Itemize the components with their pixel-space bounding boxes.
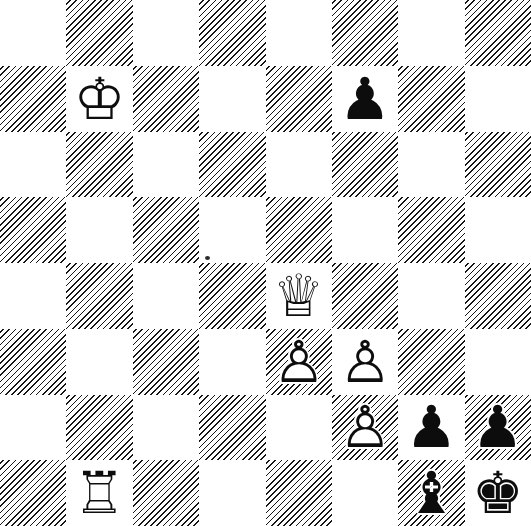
piece-glyph: ♙ bbox=[339, 398, 391, 456]
square-d6[interactable] bbox=[199, 132, 265, 198]
square-b5[interactable] bbox=[66, 197, 132, 263]
square-f1[interactable] bbox=[332, 460, 398, 526]
square-g1[interactable]: ♝♝ bbox=[398, 460, 464, 526]
piece-glyph: ♟ bbox=[405, 398, 457, 456]
square-a6[interactable] bbox=[0, 132, 66, 198]
black-bishop-icon: ♝♝ bbox=[398, 460, 464, 526]
black-pawn-icon: ♟♟ bbox=[398, 395, 464, 461]
square-b3[interactable] bbox=[66, 329, 132, 395]
square-g2[interactable]: ♟♟ bbox=[398, 395, 464, 461]
square-b6[interactable] bbox=[66, 132, 132, 198]
square-f6[interactable] bbox=[332, 132, 398, 198]
square-g4[interactable] bbox=[398, 263, 464, 329]
square-a7[interactable] bbox=[0, 66, 66, 132]
square-f8[interactable] bbox=[332, 0, 398, 66]
piece-glyph: ♖ bbox=[74, 464, 126, 522]
square-f5[interactable] bbox=[332, 197, 398, 263]
square-c8[interactable] bbox=[133, 0, 199, 66]
square-b7[interactable]: ♚♔ bbox=[66, 66, 132, 132]
piece-glyph: ♟ bbox=[472, 398, 524, 456]
square-a5[interactable] bbox=[0, 197, 66, 263]
square-a3[interactable] bbox=[0, 329, 66, 395]
square-h3[interactable] bbox=[465, 329, 531, 395]
piece-glyph: ♙ bbox=[339, 333, 391, 391]
square-e1[interactable] bbox=[266, 460, 332, 526]
square-h2[interactable]: ♟♟ bbox=[465, 395, 531, 461]
square-f4[interactable] bbox=[332, 263, 398, 329]
piece-glyph: ♕ bbox=[273, 267, 325, 325]
black-pawn-icon: ♟♟ bbox=[332, 66, 398, 132]
square-c7[interactable] bbox=[133, 66, 199, 132]
square-c2[interactable] bbox=[133, 395, 199, 461]
square-d5[interactable] bbox=[199, 197, 265, 263]
square-e5[interactable] bbox=[266, 197, 332, 263]
square-b1[interactable]: ♜♖ bbox=[66, 460, 132, 526]
square-a1[interactable] bbox=[0, 460, 66, 526]
square-h5[interactable] bbox=[465, 197, 531, 263]
square-d7[interactable] bbox=[199, 66, 265, 132]
square-e3[interactable]: ♟♙ bbox=[266, 329, 332, 395]
square-h1[interactable]: ♚♚ bbox=[465, 460, 531, 526]
white-pawn-icon: ♟♙ bbox=[332, 329, 398, 395]
square-e2[interactable] bbox=[266, 395, 332, 461]
square-h6[interactable] bbox=[465, 132, 531, 198]
square-c6[interactable] bbox=[133, 132, 199, 198]
white-king-icon: ♚♔ bbox=[66, 66, 132, 132]
square-d8[interactable] bbox=[199, 0, 265, 66]
square-c1[interactable] bbox=[133, 460, 199, 526]
white-pawn-icon: ♟♙ bbox=[266, 329, 332, 395]
black-pawn-icon: ♟♟ bbox=[465, 395, 531, 461]
square-e8[interactable] bbox=[266, 0, 332, 66]
square-d3[interactable] bbox=[199, 329, 265, 395]
square-f3[interactable]: ♟♙ bbox=[332, 329, 398, 395]
square-b4[interactable] bbox=[66, 263, 132, 329]
square-e6[interactable] bbox=[266, 132, 332, 198]
chess-board: ♚♔♟♟♛♕♟♙♟♙♟♙♟♟♟♟♜♖♝♝♚♚ bbox=[0, 0, 531, 526]
square-c3[interactable] bbox=[133, 329, 199, 395]
square-b8[interactable] bbox=[66, 0, 132, 66]
square-f7[interactable]: ♟♟ bbox=[332, 66, 398, 132]
white-pawn-icon: ♟♙ bbox=[332, 395, 398, 461]
black-king-icon: ♚♚ bbox=[465, 460, 531, 526]
square-d1[interactable] bbox=[199, 460, 265, 526]
square-g5[interactable] bbox=[398, 197, 464, 263]
square-a2[interactable] bbox=[0, 395, 66, 461]
square-d2[interactable] bbox=[199, 395, 265, 461]
square-d4[interactable] bbox=[199, 263, 265, 329]
square-c4[interactable] bbox=[133, 263, 199, 329]
square-g7[interactable] bbox=[398, 66, 464, 132]
square-b2[interactable] bbox=[66, 395, 132, 461]
scan-speck bbox=[205, 256, 210, 260]
square-h7[interactable] bbox=[465, 66, 531, 132]
square-a8[interactable] bbox=[0, 0, 66, 66]
square-e7[interactable] bbox=[266, 66, 332, 132]
piece-glyph: ♙ bbox=[273, 333, 325, 391]
piece-glyph: ♟ bbox=[339, 70, 391, 128]
square-e4[interactable]: ♛♕ bbox=[266, 263, 332, 329]
square-g6[interactable] bbox=[398, 132, 464, 198]
square-g8[interactable] bbox=[398, 0, 464, 66]
white-rook-icon: ♜♖ bbox=[66, 460, 132, 526]
square-h4[interactable] bbox=[465, 263, 531, 329]
square-h8[interactable] bbox=[465, 0, 531, 66]
square-g3[interactable] bbox=[398, 329, 464, 395]
white-queen-icon: ♛♕ bbox=[266, 263, 332, 329]
square-a4[interactable] bbox=[0, 263, 66, 329]
square-c5[interactable] bbox=[133, 197, 199, 263]
piece-glyph: ♝ bbox=[405, 464, 457, 522]
piece-glyph: ♔ bbox=[74, 70, 126, 128]
square-f2[interactable]: ♟♙ bbox=[332, 395, 398, 461]
piece-glyph: ♚ bbox=[472, 464, 524, 522]
